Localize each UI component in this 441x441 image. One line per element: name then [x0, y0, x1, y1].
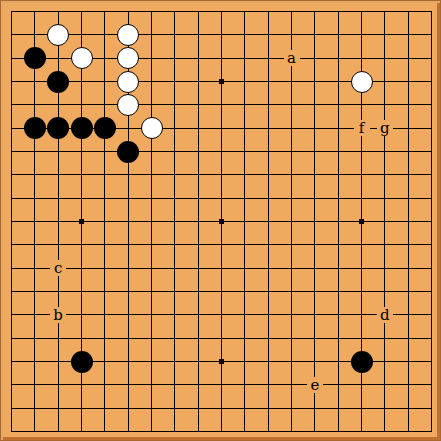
move-label-f[interactable]: f: [354, 120, 370, 136]
black-stone[interactable]: [71, 117, 93, 139]
grid-line-vertical: [268, 11, 269, 432]
move-label-b[interactable]: b: [50, 307, 66, 323]
black-stone[interactable]: [71, 351, 93, 373]
grid-line-vertical: [431, 11, 432, 432]
white-stone[interactable]: [71, 47, 93, 69]
grid-line-vertical: [244, 11, 245, 432]
move-label-c[interactable]: c: [50, 260, 66, 276]
black-stone[interactable]: [24, 47, 46, 69]
move-label-e[interactable]: e: [307, 377, 323, 393]
grid-line-horizontal: [11, 408, 432, 409]
white-stone[interactable]: [117, 47, 139, 69]
star-point: [79, 219, 84, 224]
white-stone[interactable]: [117, 71, 139, 93]
black-stone[interactable]: [351, 351, 373, 373]
black-stone[interactable]: [117, 141, 139, 163]
grid-line-horizontal: [11, 291, 432, 292]
move-label-a[interactable]: a: [284, 50, 300, 66]
black-stone[interactable]: [47, 71, 69, 93]
grid-line-horizontal: [11, 431, 432, 432]
black-stone[interactable]: [24, 117, 46, 139]
go-board: abcdefg: [0, 0, 441, 441]
grid-line-vertical: [338, 11, 339, 432]
star-point: [219, 359, 224, 364]
white-stone[interactable]: [141, 117, 163, 139]
grid-line-vertical: [314, 11, 315, 432]
move-label-d[interactable]: d: [377, 307, 393, 323]
star-point: [219, 79, 224, 84]
star-point: [359, 219, 364, 224]
white-stone[interactable]: [117, 24, 139, 46]
move-label-g[interactable]: g: [377, 120, 393, 136]
grid-line-horizontal: [11, 314, 432, 315]
grid-line-vertical: [408, 11, 409, 432]
grid-line-horizontal: [11, 268, 432, 269]
grid-line-vertical: [291, 11, 292, 432]
white-stone[interactable]: [117, 94, 139, 116]
grid-line-horizontal: [11, 338, 432, 339]
grid-line-horizontal: [11, 384, 432, 385]
grid-line-vertical: [384, 11, 385, 432]
white-stone[interactable]: [351, 71, 373, 93]
grid-line-horizontal: [11, 244, 432, 245]
star-point: [219, 219, 224, 224]
white-stone[interactable]: [47, 24, 69, 46]
black-stone[interactable]: [47, 117, 69, 139]
black-stone[interactable]: [94, 117, 116, 139]
